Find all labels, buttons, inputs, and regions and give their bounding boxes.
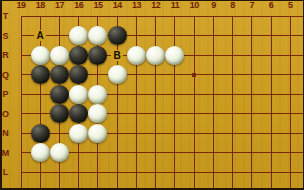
white-stone[interactable] xyxy=(69,124,88,143)
white-stone[interactable] xyxy=(31,46,50,65)
grid-line-vertical xyxy=(251,16,252,190)
white-stone[interactable] xyxy=(108,65,127,84)
white-stone[interactable] xyxy=(50,46,69,65)
go-board[interactable]: 19181716151413121110987654321TSRQPONMLKJ… xyxy=(0,0,304,190)
grid-line-vertical xyxy=(213,16,214,190)
black-stone[interactable] xyxy=(108,26,127,45)
column-coordinate-label: 6 xyxy=(262,0,280,11)
hoshi-point xyxy=(192,73,196,77)
column-coordinate-label: 17 xyxy=(50,0,68,11)
column-coordinate-label: 18 xyxy=(31,0,49,11)
black-stone[interactable] xyxy=(31,124,50,143)
screenshot-top-edge xyxy=(0,0,304,1)
black-stone[interactable] xyxy=(50,85,69,104)
white-stone[interactable] xyxy=(69,26,88,45)
column-coordinate-label: 8 xyxy=(224,0,242,11)
black-stone[interactable] xyxy=(50,65,69,84)
white-stone[interactable] xyxy=(69,85,88,104)
white-stone[interactable] xyxy=(88,26,107,45)
column-coordinate-label: 13 xyxy=(127,0,145,11)
column-coordinate-label: 12 xyxy=(147,0,165,11)
grid-line-horizontal xyxy=(21,16,304,17)
white-stone[interactable] xyxy=(31,143,50,162)
grid-line-horizontal xyxy=(21,172,304,173)
point-mark-letter: A xyxy=(33,30,47,41)
white-stone[interactable] xyxy=(165,46,184,65)
grid-line-vertical xyxy=(136,16,137,190)
screenshot-bottom-edge xyxy=(0,188,304,190)
black-stone[interactable] xyxy=(50,104,69,123)
white-stone[interactable] xyxy=(127,46,146,65)
column-coordinate-label: 15 xyxy=(89,0,107,11)
white-stone[interactable] xyxy=(88,124,107,143)
column-coordinate-label: 11 xyxy=(166,0,184,11)
screenshot-right-edge xyxy=(303,0,304,190)
grid-line-vertical xyxy=(194,16,195,190)
column-coordinate-label: 9 xyxy=(204,0,222,11)
black-stone[interactable] xyxy=(69,46,88,65)
column-coordinate-label: 16 xyxy=(70,0,88,11)
white-stone[interactable] xyxy=(146,46,165,65)
go-board-screenshot: 19181716151413121110987654321TSRQPONMLKJ… xyxy=(0,0,304,190)
grid-line-vertical xyxy=(232,16,233,190)
grid-line-horizontal xyxy=(21,133,304,134)
white-stone[interactable] xyxy=(88,104,107,123)
column-coordinate-label: 5 xyxy=(281,0,299,11)
black-stone[interactable] xyxy=(31,65,50,84)
grid-line-vertical xyxy=(174,16,175,190)
point-mark-letter: B xyxy=(110,50,124,61)
column-coordinate-label: 14 xyxy=(108,0,126,11)
black-stone[interactable] xyxy=(69,104,88,123)
grid-line-vertical xyxy=(271,16,272,190)
black-stone[interactable] xyxy=(69,65,88,84)
column-coordinate-label: 10 xyxy=(185,0,203,11)
screenshot-left-edge xyxy=(0,0,2,190)
white-stone[interactable] xyxy=(88,85,107,104)
grid-line-vertical xyxy=(21,16,22,190)
black-stone[interactable] xyxy=(88,46,107,65)
grid-line-horizontal xyxy=(21,35,304,36)
column-coordinate-label: 7 xyxy=(243,0,261,11)
column-coordinate-label: 19 xyxy=(12,0,30,11)
grid-line-vertical xyxy=(290,16,291,190)
grid-line-vertical xyxy=(40,16,41,190)
grid-line-vertical xyxy=(155,16,156,190)
white-stone[interactable] xyxy=(50,143,69,162)
